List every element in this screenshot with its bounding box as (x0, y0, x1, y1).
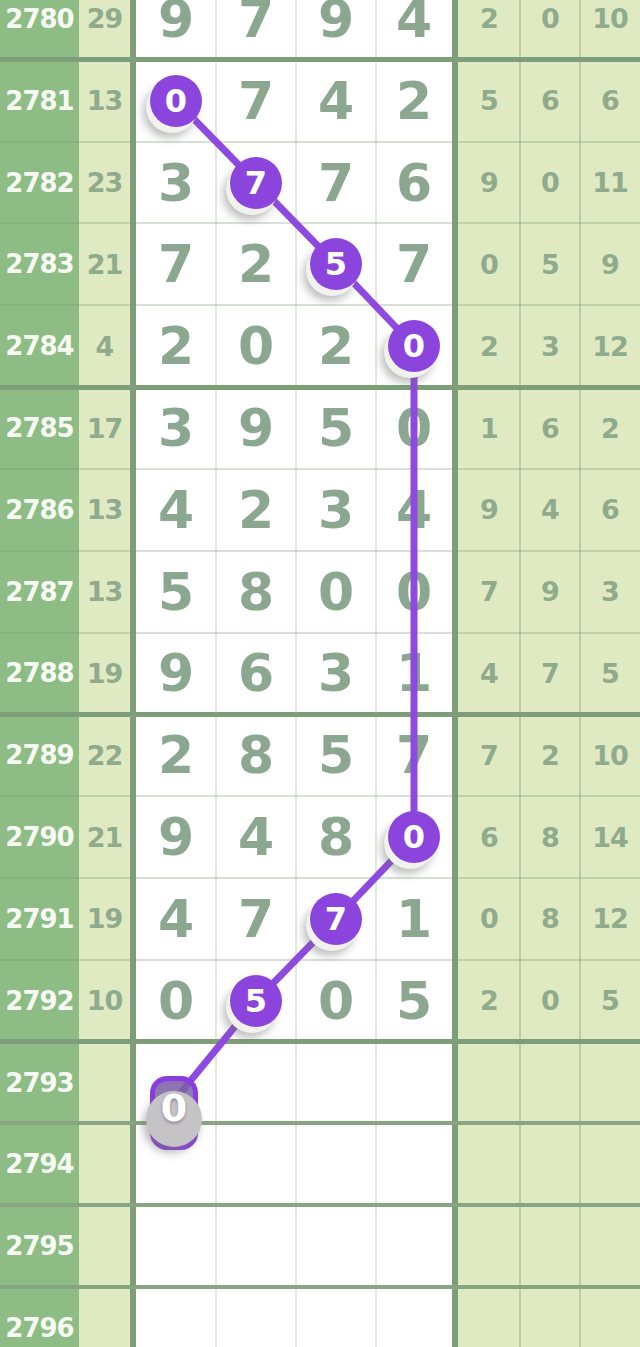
extra-cell (458, 1287, 520, 1347)
extra-cell (458, 1205, 520, 1287)
period-cell: 2789 (0, 714, 79, 796)
digit-cell: 1 (376, 878, 452, 960)
period-cell: 2780 (0, 0, 79, 60)
digit-cell[interactable] (376, 1123, 452, 1205)
extra-cell: 2 (458, 305, 520, 387)
extra-cell (580, 1287, 640, 1347)
row-separator (0, 877, 640, 879)
digit-cell: 0 (376, 387, 452, 469)
extra-cell (458, 1042, 520, 1124)
sum-cell: 4 (79, 305, 130, 387)
sum-cell: 23 (79, 142, 130, 224)
extra-cell (580, 1042, 640, 1124)
digit-cell: 5 (376, 960, 452, 1042)
digit-cell[interactable] (216, 1205, 296, 1287)
digit-cell: 6 (376, 142, 452, 224)
trend-board: 2780299794201027811307425662782233776901… (0, 0, 640, 1347)
extra-cell (520, 1042, 580, 1124)
period-cell: 2788 (0, 633, 79, 715)
row-separator (0, 222, 640, 224)
digit-cell[interactable] (216, 1123, 296, 1205)
extra-cell: 5 (458, 60, 520, 142)
row-separator (0, 1285, 640, 1289)
digit-cell[interactable] (296, 1123, 376, 1205)
extra-cell: 6 (580, 60, 640, 142)
sum-cell: 13 (79, 60, 130, 142)
period-cell: 2787 (0, 551, 79, 633)
digit-cell: 7 (136, 223, 216, 305)
prediction-digit: 0 (161, 1086, 187, 1130)
digit-cell: 9 (136, 633, 216, 715)
digit-cell[interactable] (296, 1042, 376, 1124)
period-cell: 2784 (0, 305, 79, 387)
digit-cell: 4 (376, 0, 452, 60)
digit-cell: 4 (216, 796, 296, 878)
digit-cell: 8 (216, 714, 296, 796)
extra-cell (580, 1205, 640, 1287)
trend-ball: 7 (230, 157, 282, 209)
extra-cell: 10 (580, 0, 640, 60)
digit-cell: 5 (296, 714, 376, 796)
sum-cell (79, 1205, 130, 1287)
sum-cell (79, 1123, 130, 1205)
digit-cell: 0 (136, 960, 216, 1042)
extra-cell: 2 (458, 0, 520, 60)
digit-cell: 6 (216, 633, 296, 715)
extra-cell: 0 (520, 142, 580, 224)
extra-cell: 9 (580, 223, 640, 305)
period-cell: 2790 (0, 796, 79, 878)
period-cell: 2795 (0, 1205, 79, 1287)
extra-cell: 6 (520, 60, 580, 142)
trend-ball: 7 (310, 893, 362, 945)
digit-cell: 0 (376, 551, 452, 633)
row-separator (0, 57, 640, 62)
extra-cell: 9 (458, 469, 520, 551)
row-separator (0, 1039, 640, 1044)
digit-cell: 2 (216, 469, 296, 551)
sum-cell: 19 (79, 878, 130, 960)
extra-cell (520, 1205, 580, 1287)
digit-cell[interactable] (376, 1042, 452, 1124)
digit-cell: 7 (376, 223, 452, 305)
extra-cell: 7 (458, 714, 520, 796)
period-cell: 2781 (0, 60, 79, 142)
row-separator (0, 1203, 640, 1207)
sum-cell: 21 (79, 796, 130, 878)
period-cell: 2796 (0, 1287, 79, 1347)
period-cell: 2782 (0, 142, 79, 224)
extra-cell: 10 (580, 714, 640, 796)
extra-cell: 6 (458, 796, 520, 878)
period-cell: 2786 (0, 469, 79, 551)
digit-cell: 3 (136, 387, 216, 469)
extra-cell: 3 (580, 551, 640, 633)
extra-cell: 3 (520, 305, 580, 387)
extra-cell: 9 (520, 551, 580, 633)
digit-cell: 7 (376, 714, 452, 796)
sum-cell: 21 (79, 223, 130, 305)
period-cell: 2794 (0, 1123, 79, 1205)
digit-cell: 2 (296, 305, 376, 387)
extra-cell: 7 (520, 633, 580, 715)
sum-cell: 22 (79, 714, 130, 796)
period-cell: 2785 (0, 387, 79, 469)
extra-cell: 8 (520, 796, 580, 878)
digit-cell: 7 (216, 878, 296, 960)
extra-cell (520, 1123, 580, 1205)
extra-cell: 14 (580, 796, 640, 878)
digit-cell: 9 (136, 796, 216, 878)
digit-cell[interactable] (136, 1287, 216, 1347)
digit-cell: 5 (296, 387, 376, 469)
sum-cell: 13 (79, 469, 130, 551)
digit-cell: 0 (296, 551, 376, 633)
extra-cell: 8 (520, 878, 580, 960)
digit-cell[interactable] (136, 1205, 216, 1287)
period-cell: 2783 (0, 223, 79, 305)
digit-cell: 0 (216, 305, 296, 387)
row-separator (0, 468, 640, 470)
prediction-badge[interactable]: 0 (150, 1076, 198, 1150)
extra-cell: 12 (580, 305, 640, 387)
digit-cell: 2 (136, 305, 216, 387)
digit-cell: 4 (136, 878, 216, 960)
digit-cell[interactable] (376, 1205, 452, 1287)
extra-cell (580, 1123, 640, 1205)
row-separator (0, 712, 640, 717)
extra-cell: 2 (520, 714, 580, 796)
extra-cell: 0 (520, 960, 580, 1042)
digit-cell: 5 (136, 551, 216, 633)
trend-ball: 5 (230, 975, 282, 1027)
digit-cell: 8 (216, 551, 296, 633)
extra-cell: 2 (580, 387, 640, 469)
digit-cell: 3 (136, 142, 216, 224)
digit-cell: 4 (136, 469, 216, 551)
row-separator (0, 385, 640, 390)
extra-cell: 6 (580, 469, 640, 551)
sum-cell: 29 (79, 0, 130, 60)
extra-cell: 6 (520, 387, 580, 469)
digit-cell: 4 (296, 60, 376, 142)
digit-cell: 3 (296, 633, 376, 715)
extra-cell: 4 (520, 469, 580, 551)
extra-cell (458, 1123, 520, 1205)
extra-cell: 11 (580, 142, 640, 224)
digit-cell: 2 (216, 223, 296, 305)
digit-cell: 9 (296, 0, 376, 60)
trend-ball: 0 (150, 75, 202, 127)
digit-cell: 2 (136, 714, 216, 796)
digit-cell[interactable] (296, 1205, 376, 1287)
digit-cell: 9 (136, 0, 216, 60)
extra-cell: 4 (458, 633, 520, 715)
digit-cell: 7 (296, 142, 376, 224)
extra-cell: 5 (580, 633, 640, 715)
trend-ball: 5 (310, 238, 362, 290)
row-separator (0, 141, 640, 143)
period-cell: 2793 (0, 1042, 79, 1124)
extra-cell: 0 (458, 878, 520, 960)
row-separator (0, 632, 640, 634)
row-separator (0, 1121, 640, 1125)
lottery-trend-screen: 2780299794201027811307425662782233776901… (0, 0, 640, 1347)
digit-cell: 1 (376, 633, 452, 715)
extra-cell: 5 (520, 223, 580, 305)
digit-cell[interactable] (296, 1287, 376, 1347)
sum-cell (79, 1042, 130, 1124)
digit-cell[interactable] (376, 1287, 452, 1347)
digit-cell[interactable] (216, 1287, 296, 1347)
extra-cell: 1 (458, 387, 520, 469)
row-separator (0, 304, 640, 306)
digit-cell: 0 (296, 960, 376, 1042)
extra-cell: 7 (458, 551, 520, 633)
extra-cell: 0 (458, 223, 520, 305)
extra-cell: 0 (520, 0, 580, 60)
row-separator (0, 550, 640, 552)
sum-cell: 10 (79, 960, 130, 1042)
sum-cell: 19 (79, 633, 130, 715)
sum-cell: 17 (79, 387, 130, 469)
digit-cell: 8 (296, 796, 376, 878)
extra-cell: 9 (458, 142, 520, 224)
digit-cell: 2 (376, 60, 452, 142)
digit-cell: 7 (216, 60, 296, 142)
digit-cell[interactable] (216, 1042, 296, 1124)
trend-ball: 0 (388, 320, 440, 372)
extra-cell (520, 1287, 580, 1347)
sum-cell (79, 1287, 130, 1347)
digit-cell: 3 (296, 469, 376, 551)
extra-cell: 2 (458, 960, 520, 1042)
digit-cell: 4 (376, 469, 452, 551)
row-separator (0, 959, 640, 961)
digit-cell: 7 (216, 0, 296, 60)
digit-cell: 9 (216, 387, 296, 469)
extra-cell: 5 (580, 960, 640, 1042)
sum-cell: 13 (79, 551, 130, 633)
period-cell: 2792 (0, 960, 79, 1042)
row-separator (0, 795, 640, 797)
extra-cell: 12 (580, 878, 640, 960)
period-cell: 2791 (0, 878, 79, 960)
trend-ball: 0 (388, 811, 440, 863)
